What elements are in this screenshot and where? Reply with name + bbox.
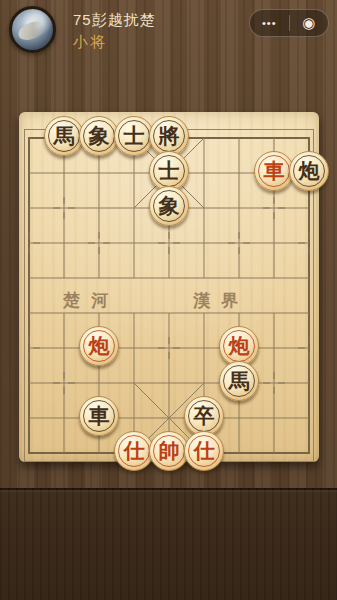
piece-red-炮[interactable]: 炮	[219, 326, 259, 366]
piece-glyph: 炮	[229, 335, 250, 356]
piece-black-士[interactable]: 士	[114, 116, 154, 156]
piece-glyph: 馬	[54, 125, 75, 146]
piece-black-炮[interactable]: 炮	[289, 151, 329, 191]
piece-glyph: 炮	[89, 335, 110, 356]
river-label-left: 楚河	[63, 289, 119, 312]
piece-black-馬[interactable]: 馬	[44, 116, 84, 156]
level-title: 75彭越扰楚	[73, 11, 156, 30]
piece-glyph: 卒	[194, 405, 215, 426]
rank-label: 小将	[73, 33, 107, 52]
piece-glyph: 帥	[159, 440, 180, 461]
more-icon[interactable]: •••	[250, 10, 289, 36]
piece-glyph: 仕	[124, 440, 145, 461]
piece-black-象[interactable]: 象	[149, 186, 189, 226]
piece-black-馬[interactable]: 馬	[219, 361, 259, 401]
piece-black-車[interactable]: 車	[79, 396, 119, 436]
piece-black-士[interactable]: 士	[149, 151, 189, 191]
player-avatar	[9, 6, 56, 53]
close-circle-icon[interactable]: ◉	[290, 10, 329, 36]
piece-glyph: 象	[89, 125, 110, 146]
piece-red-車[interactable]: 車	[254, 151, 294, 191]
piece-glyph: 車	[264, 160, 285, 181]
piece-glyph: 車	[89, 405, 110, 426]
piece-glyph: 士	[159, 160, 180, 181]
piece-black-將[interactable]: 將	[149, 116, 189, 156]
piece-black-象[interactable]: 象	[79, 116, 119, 156]
piece-glyph: 仕	[194, 440, 215, 461]
xiangqi-board[interactable]: 楚河 漢界 馬象士將士車炮象炮炮馬車卒仕帥仕	[19, 112, 319, 462]
piece-glyph: 象	[159, 195, 180, 216]
piece-glyph: 炮	[299, 160, 320, 181]
piece-red-帥[interactable]: 帥	[149, 431, 189, 471]
piece-glyph: 士	[124, 125, 145, 146]
piece-red-仕[interactable]: 仕	[184, 431, 224, 471]
app-header: 75彭越扰楚 小将 ••• ◉	[0, 0, 337, 60]
piece-red-仕[interactable]: 仕	[114, 431, 154, 471]
piece-glyph: 馬	[229, 370, 250, 391]
wechat-capsule: ••• ◉	[249, 9, 329, 37]
piece-red-炮[interactable]: 炮	[79, 326, 119, 366]
river-label-right: 漢界	[193, 289, 249, 312]
piece-glyph: 將	[159, 125, 180, 146]
piece-black-卒[interactable]: 卒	[184, 396, 224, 436]
bottom-toolbar: 錢 15 求助 18183 ☀	[0, 488, 337, 600]
